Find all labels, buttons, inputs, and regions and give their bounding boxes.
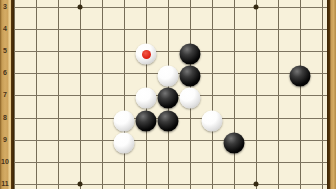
stone-black <box>158 88 179 109</box>
row-label: 7 <box>0 91 10 99</box>
row-label: 3 <box>0 3 10 11</box>
star-point <box>254 5 259 10</box>
stone-white <box>136 88 157 109</box>
stone-white <box>114 110 135 131</box>
star-point <box>254 181 259 186</box>
row-label: 6 <box>0 69 10 77</box>
stone-white <box>202 110 223 131</box>
row-label: 4 <box>0 25 10 33</box>
grid-hline <box>13 162 329 163</box>
stone-black <box>180 66 201 87</box>
stone-black <box>158 110 179 131</box>
grid-hline <box>13 51 329 52</box>
row-label: 10 <box>0 158 10 166</box>
stone-black <box>290 66 311 87</box>
board-frame-right <box>327 0 336 189</box>
stone-black <box>136 110 157 131</box>
last-move-marker <box>142 50 151 59</box>
stone-white <box>114 132 135 153</box>
stone-white <box>180 88 201 109</box>
row-label: 11 <box>0 180 10 188</box>
grid-hline <box>13 140 329 141</box>
stone-black <box>180 44 201 65</box>
grid-hline <box>13 7 329 8</box>
row-label: 8 <box>0 114 10 122</box>
gomoku-app-screenshot: 34567891011 <box>0 0 336 189</box>
row-label: 5 <box>0 47 10 55</box>
star-point <box>78 181 83 186</box>
star-point <box>78 5 83 10</box>
stone-black <box>224 132 245 153</box>
grid-hline <box>13 184 329 185</box>
stone-white <box>158 66 179 87</box>
row-label: 9 <box>0 136 10 144</box>
stone-white <box>136 44 157 65</box>
grid-hline <box>13 29 329 30</box>
